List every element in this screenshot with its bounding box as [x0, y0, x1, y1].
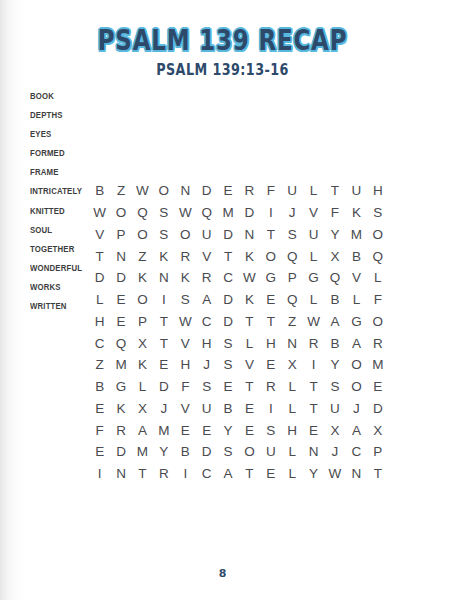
grid-cell[interactable]: I: [175, 463, 196, 485]
grid-cell[interactable]: S: [367, 202, 388, 224]
grid-cell[interactable]: S: [217, 441, 238, 463]
grid-cell[interactable]: M: [346, 224, 367, 246]
grid-cell[interactable]: M: [153, 419, 174, 441]
grid-cell[interactable]: C: [196, 311, 217, 333]
grid-cell[interactable]: T: [367, 463, 388, 485]
grid-cell[interactable]: E: [260, 289, 281, 311]
letter-grid: BZWONDERFULTUHWOQSWQMDIJVFKSVPOSOUDNTSUY…: [89, 180, 388, 485]
grid-cell[interactable]: K: [153, 245, 174, 267]
grid-cell[interactable]: L: [282, 463, 303, 485]
grid-cell[interactable]: A: [346, 332, 367, 354]
grid-cell[interactable]: D: [196, 180, 217, 202]
grid-cell[interactable]: H: [260, 332, 281, 354]
grid-cell[interactable]: O: [132, 289, 153, 311]
grid-cell[interactable]: J: [153, 398, 174, 420]
grid-cell[interactable]: I: [303, 354, 324, 376]
grid-cell[interactable]: Y: [153, 441, 174, 463]
grid-cell[interactable]: L: [132, 376, 153, 398]
grid-cell[interactable]: R: [239, 180, 260, 202]
grid-cell[interactable]: R: [175, 245, 196, 267]
grid-cell[interactable]: T: [132, 463, 153, 485]
word-list-item: DEPTHS: [30, 105, 82, 124]
grid-cell[interactable]: I: [260, 398, 281, 420]
word-list-item: WONDERFUL: [30, 258, 82, 277]
grid-cell[interactable]: V: [89, 224, 110, 246]
grid-cell[interactable]: D: [110, 441, 131, 463]
grid-cell[interactable]: E: [260, 463, 281, 485]
grid-cell[interactable]: U: [282, 180, 303, 202]
word-list-item: WORKS: [30, 277, 82, 296]
grid-cell[interactable]: O: [175, 224, 196, 246]
grid-cell[interactable]: V: [303, 202, 324, 224]
grid-cell[interactable]: O: [367, 224, 388, 246]
grid-cell[interactable]: D: [153, 376, 174, 398]
grid-cell[interactable]: Q: [132, 202, 153, 224]
grid-cell[interactable]: K: [346, 202, 367, 224]
grid-cell[interactable]: E: [239, 398, 260, 420]
grid-cell[interactable]: U: [324, 398, 345, 420]
grid-cell[interactable]: T: [217, 245, 238, 267]
grid-cell[interactable]: L: [239, 332, 260, 354]
grid-cell[interactable]: A: [196, 289, 217, 311]
grid-cell[interactable]: X: [282, 354, 303, 376]
grid-cell[interactable]: E: [175, 419, 196, 441]
grid-cell[interactable]: B: [175, 441, 196, 463]
grid-cell[interactable]: R: [196, 267, 217, 289]
grid-cell[interactable]: C: [346, 441, 367, 463]
grid-cell[interactable]: F: [89, 419, 110, 441]
grid-cell[interactable]: E: [89, 441, 110, 463]
grid-cell[interactable]: E: [367, 376, 388, 398]
grid-cell[interactable]: Y: [217, 419, 238, 441]
grid-cell[interactable]: D: [217, 311, 238, 333]
grid-cell[interactable]: Y: [324, 224, 345, 246]
grid-cell[interactable]: D: [196, 441, 217, 463]
word-list-item: EYES: [30, 124, 82, 143]
page-content: PSALM 139 RECAP PSALM 139:13-16 BOOKDEPT…: [0, 0, 445, 600]
grid-cell[interactable]: O: [367, 311, 388, 333]
grid-cell[interactable]: X: [132, 332, 153, 354]
grid-cell[interactable]: E: [196, 419, 217, 441]
grid-cell[interactable]: F: [260, 180, 281, 202]
grid-cell[interactable]: L: [367, 267, 388, 289]
grid-cell[interactable]: W: [324, 463, 345, 485]
grid-cell[interactable]: I: [153, 289, 174, 311]
grid-cell[interactable]: E: [260, 354, 281, 376]
grid-cell[interactable]: C: [89, 332, 110, 354]
grid-cell[interactable]: Q: [110, 332, 131, 354]
grid-cell[interactable]: T: [324, 180, 345, 202]
grid-cell[interactable]: D: [239, 202, 260, 224]
grid-cell[interactable]: W: [239, 267, 260, 289]
grid-cell[interactable]: K: [132, 354, 153, 376]
grid-cell[interactable]: H: [367, 180, 388, 202]
grid-cell[interactable]: A: [132, 419, 153, 441]
grid-cell[interactable]: Q: [282, 245, 303, 267]
grid-cell[interactable]: S: [260, 419, 281, 441]
grid-cell[interactable]: E: [110, 311, 131, 333]
grid-cell[interactable]: C: [217, 267, 238, 289]
grid-cell[interactable]: Q: [324, 267, 345, 289]
grid-cell[interactable]: T: [239, 376, 260, 398]
grid-cell[interactable]: E: [239, 419, 260, 441]
grid-cell[interactable]: F: [324, 202, 345, 224]
grid-cell[interactable]: B: [346, 245, 367, 267]
grid-cell[interactable]: G: [110, 376, 131, 398]
grid-cell[interactable]: N: [175, 180, 196, 202]
grid-cell[interactable]: J: [346, 398, 367, 420]
grid-cell[interactable]: J: [196, 354, 217, 376]
grid-cell[interactable]: K: [239, 245, 260, 267]
grid-cell[interactable]: B: [89, 376, 110, 398]
grid-cell[interactable]: E: [89, 398, 110, 420]
grid-cell[interactable]: E: [110, 289, 131, 311]
grid-cell[interactable]: Z: [110, 180, 131, 202]
grid-cell[interactable]: G: [346, 311, 367, 333]
grid-cell[interactable]: Q: [367, 245, 388, 267]
grid-cell[interactable]: L: [303, 245, 324, 267]
grid-cell[interactable]: B: [324, 332, 345, 354]
grid-cell[interactable]: V: [346, 267, 367, 289]
grid-cell[interactable]: A: [346, 419, 367, 441]
grid-cell[interactable]: F: [175, 376, 196, 398]
grid-cell[interactable]: F: [367, 289, 388, 311]
grid-cell[interactable]: T: [260, 311, 281, 333]
grid-cell[interactable]: E: [153, 354, 174, 376]
grid-cell[interactable]: U: [196, 398, 217, 420]
grid-cell[interactable]: J: [282, 202, 303, 224]
grid-cell[interactable]: G: [303, 267, 324, 289]
grid-cell[interactable]: S: [153, 202, 174, 224]
grid-cell[interactable]: H: [196, 332, 217, 354]
grid-cell[interactable]: B: [89, 180, 110, 202]
grid-cell[interactable]: N: [153, 267, 174, 289]
grid-cell[interactable]: Z: [89, 354, 110, 376]
grid-cell[interactable]: H: [282, 419, 303, 441]
grid-cell[interactable]: D: [217, 224, 238, 246]
grid-cell[interactable]: I: [89, 463, 110, 485]
grid-cell[interactable]: W: [89, 202, 110, 224]
word-list-item: KNITTED: [30, 201, 82, 220]
grid-cell[interactable]: M: [110, 354, 131, 376]
word-list-item: SOUL: [30, 220, 82, 239]
word-list-item: INTRICATELY: [30, 181, 82, 200]
grid-cell[interactable]: T: [153, 311, 174, 333]
grid-cell[interactable]: P: [110, 224, 131, 246]
grid-cell[interactable]: T: [153, 332, 174, 354]
grid-cell[interactable]: K: [110, 398, 131, 420]
grid-cell[interactable]: R: [110, 419, 131, 441]
grid-cell[interactable]: S: [324, 376, 345, 398]
grid-cell[interactable]: K: [132, 267, 153, 289]
grid-cell[interactable]: V: [175, 332, 196, 354]
word-list-item: BOOK: [30, 86, 82, 105]
grid-cell[interactable]: B: [324, 289, 345, 311]
grid-cell[interactable]: O: [110, 202, 131, 224]
grid-cell[interactable]: W: [175, 311, 196, 333]
grid-cell[interactable]: S: [217, 332, 238, 354]
grid-cell[interactable]: X: [132, 398, 153, 420]
page-number: 8: [0, 567, 445, 580]
grid-cell[interactable]: D: [89, 267, 110, 289]
word-list: BOOKDEPTHSEYESFORMEDFRAMEINTRICATELYKNIT…: [30, 86, 94, 315]
grid-cell[interactable]: O: [153, 180, 174, 202]
grid-cell[interactable]: S: [153, 224, 174, 246]
grid-cell[interactable]: O: [346, 376, 367, 398]
grid-cell[interactable]: M: [132, 441, 153, 463]
grid-cell[interactable]: T: [89, 245, 110, 267]
grid-cell[interactable]: A: [324, 311, 345, 333]
grid-cell[interactable]: Z: [132, 245, 153, 267]
grid-cell[interactable]: T: [303, 398, 324, 420]
scripture-reference-subtitle: PSALM 139:13-16: [33, 61, 411, 79]
grid-cell[interactable]: L: [282, 376, 303, 398]
grid-cell[interactable]: H: [175, 354, 196, 376]
grid-cell[interactable]: L: [303, 180, 324, 202]
grid-cell[interactable]: X: [367, 419, 388, 441]
grid-cell[interactable]: N: [282, 332, 303, 354]
grid-cell[interactable]: Y: [324, 354, 345, 376]
grid-cell[interactable]: I: [260, 202, 281, 224]
word-list-item: WRITTEN: [30, 296, 82, 315]
grid-cell[interactable]: B: [217, 398, 238, 420]
grid-cell[interactable]: X: [324, 419, 345, 441]
grid-cell[interactable]: U: [346, 180, 367, 202]
grid-cell[interactable]: U: [303, 224, 324, 246]
grid-cell[interactable]: D: [367, 398, 388, 420]
grid-cell[interactable]: W: [303, 311, 324, 333]
grid-cell[interactable]: T: [260, 224, 281, 246]
puzzle-page: PSALM 139 RECAP PSALM 139:13-16 BOOKDEPT…: [0, 0, 459, 600]
grid-cell[interactable]: R: [153, 463, 174, 485]
grid-cell[interactable]: C: [196, 463, 217, 485]
page-title: PSALM 139 RECAP: [40, 24, 405, 57]
grid-cell[interactable]: T: [239, 463, 260, 485]
grid-cell[interactable]: E: [303, 419, 324, 441]
grid-cell[interactable]: E: [217, 180, 238, 202]
grid-cell[interactable]: V: [196, 245, 217, 267]
grid-cell[interactable]: W: [175, 202, 196, 224]
grid-cell[interactable]: L: [303, 289, 324, 311]
grid-cell[interactable]: S: [282, 224, 303, 246]
grid-cell[interactable]: D: [217, 289, 238, 311]
grid-cell[interactable]: N: [239, 224, 260, 246]
grid-cell[interactable]: P: [367, 441, 388, 463]
grid-cell[interactable]: R: [367, 332, 388, 354]
word-list-item: FRAME: [30, 162, 82, 181]
grid-cell[interactable]: Q: [282, 289, 303, 311]
grid-cell[interactable]: K: [239, 289, 260, 311]
grid-cell[interactable]: T: [303, 376, 324, 398]
word-list-item: FORMED: [30, 143, 82, 162]
grid-cell[interactable]: P: [132, 311, 153, 333]
grid-cell[interactable]: P: [282, 267, 303, 289]
grid-cell[interactable]: O: [132, 224, 153, 246]
grid-cell[interactable]: U: [196, 224, 217, 246]
grid-cell[interactable]: O: [239, 441, 260, 463]
grid-cell[interactable]: R: [303, 332, 324, 354]
grid-cell[interactable]: R: [260, 376, 281, 398]
grid-cell[interactable]: O: [346, 354, 367, 376]
grid-cell[interactable]: K: [175, 267, 196, 289]
grid-cell[interactable]: H: [89, 311, 110, 333]
word-list-item: TOGETHER: [30, 239, 82, 258]
grid-cell[interactable]: G: [260, 267, 281, 289]
grid-cell[interactable]: M: [217, 202, 238, 224]
grid-cell[interactable]: T: [239, 311, 260, 333]
grid-cell[interactable]: O: [260, 245, 281, 267]
grid-cell[interactable]: N: [303, 441, 324, 463]
grid-cell[interactable]: L: [282, 441, 303, 463]
grid-cell[interactable]: L: [282, 398, 303, 420]
grid-cell[interactable]: D: [110, 267, 131, 289]
grid-cell[interactable]: S: [175, 289, 196, 311]
grid-cell[interactable]: Q: [196, 202, 217, 224]
grid-cell[interactable]: L: [346, 289, 367, 311]
grid-cell[interactable]: V: [239, 354, 260, 376]
grid-cell[interactable]: A: [217, 463, 238, 485]
grid-cell[interactable]: E: [217, 376, 238, 398]
grid-cell[interactable]: U: [260, 441, 281, 463]
grid-cell[interactable]: X: [324, 245, 345, 267]
grid-cell[interactable]: Y: [303, 463, 324, 485]
grid-cell[interactable]: J: [324, 441, 345, 463]
grid-cell[interactable]: S: [196, 376, 217, 398]
grid-cell[interactable]: W: [132, 180, 153, 202]
grid-cell[interactable]: V: [175, 398, 196, 420]
grid-cell[interactable]: L: [89, 289, 110, 311]
grid-cell[interactable]: Z: [282, 311, 303, 333]
grid-cell[interactable]: M: [367, 354, 388, 376]
grid-cell[interactable]: N: [110, 463, 131, 485]
grid-cell[interactable]: N: [346, 463, 367, 485]
grid-cell[interactable]: N: [110, 245, 131, 267]
grid-cell[interactable]: S: [217, 354, 238, 376]
